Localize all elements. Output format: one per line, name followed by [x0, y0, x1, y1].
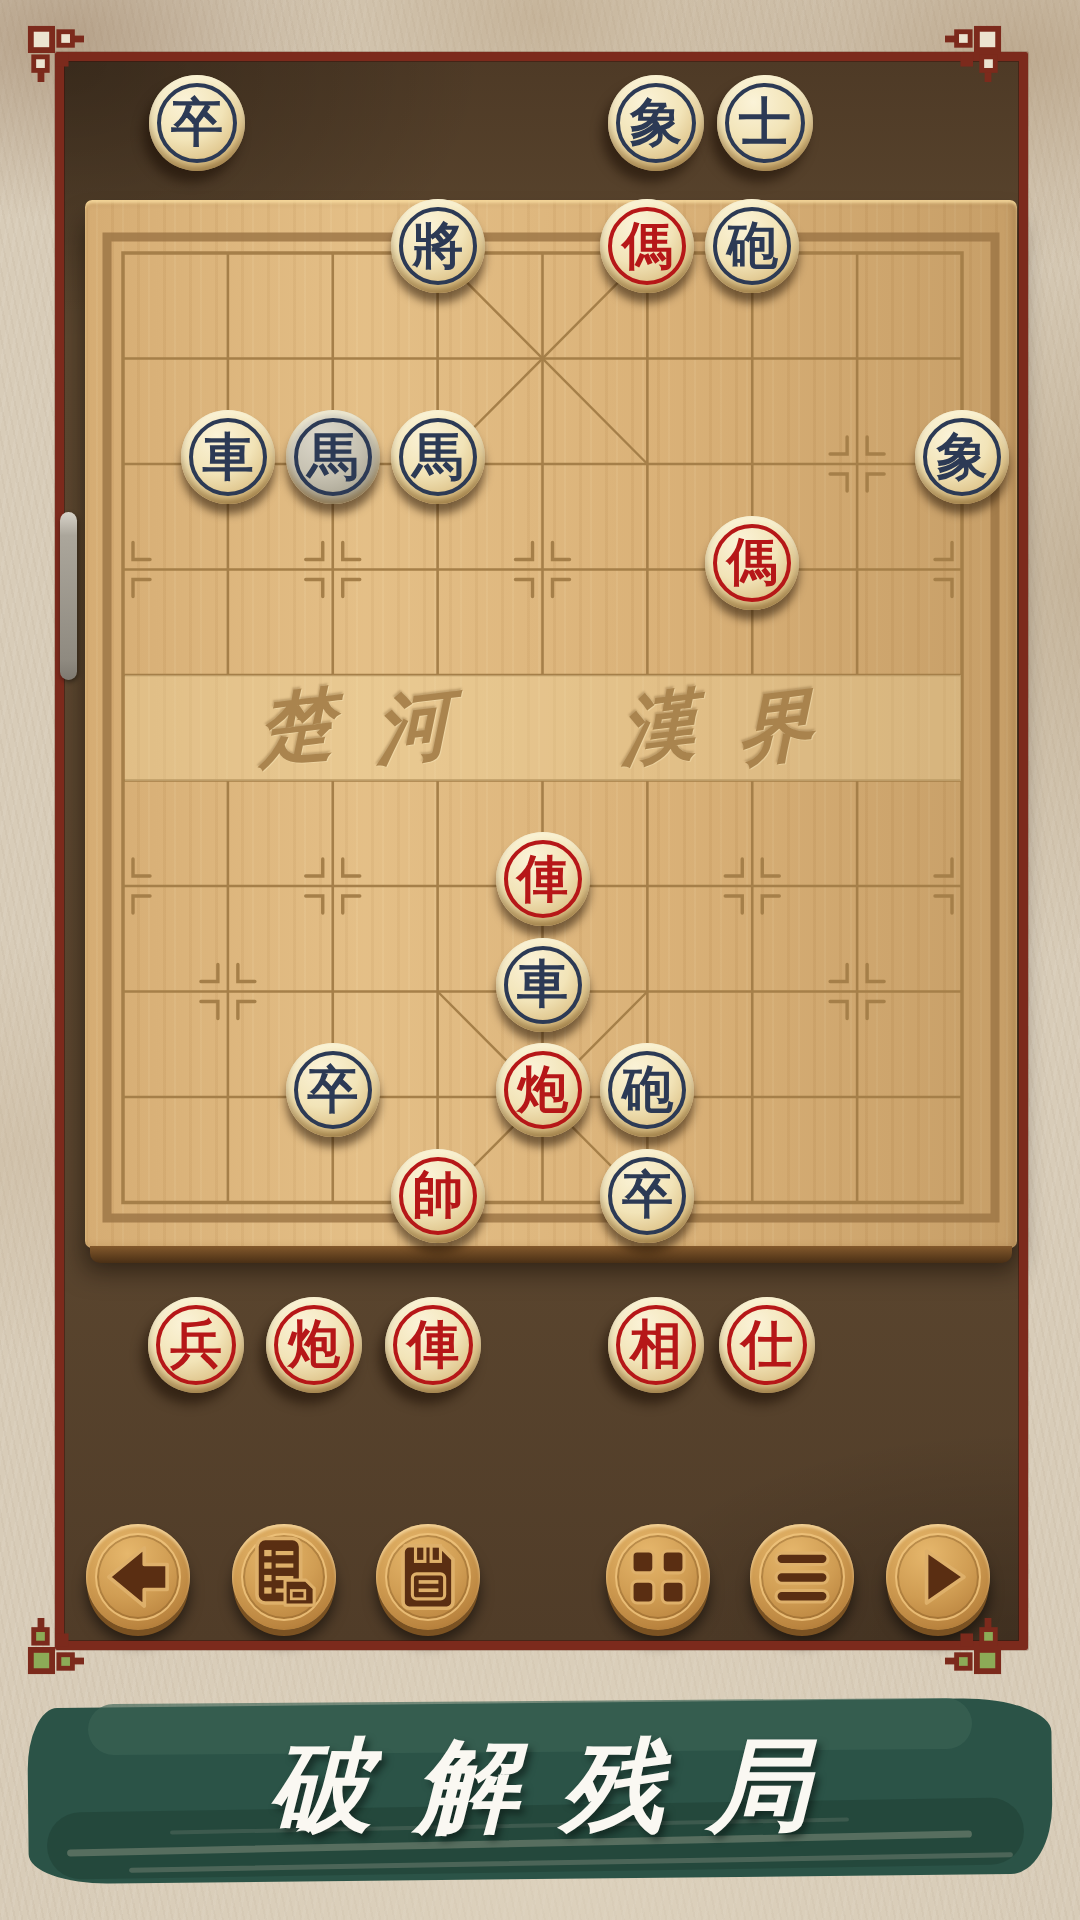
- piece-glyph: 馬: [307, 431, 358, 482]
- piece-face: 車: [504, 946, 582, 1024]
- piece-glyph: 車: [202, 431, 253, 482]
- piece-glyph: 仕: [741, 1318, 793, 1370]
- meander-ornament: [26, 1618, 84, 1676]
- piece-glyph: 卒: [307, 1064, 358, 1115]
- piece-face: 象: [616, 83, 696, 163]
- back-button[interactable]: [86, 1524, 190, 1630]
- piece-glyph: 炮: [517, 1064, 568, 1115]
- board-pieces-grid: 將 傌 砲 車 馬 馬 象 傌 俥 車 卒 炮: [71, 200, 1015, 1255]
- banner-title: 破解残局: [26, 1719, 1054, 1856]
- piece-face: 象: [923, 418, 1001, 496]
- piece-face: 俥: [504, 840, 582, 918]
- piece-red-elephant[interactable]: 相: [608, 1297, 704, 1393]
- piece-black-soldier[interactable]: 卒: [286, 1043, 380, 1137]
- piece-black-soldier[interactable]: 卒: [600, 1149, 694, 1243]
- menu-button[interactable]: [750, 1524, 854, 1630]
- xiangqi-board[interactable]: 楚 河 漢 界 將 傌 砲 車 馬 馬 象 傌 俥 車: [85, 200, 1017, 1248]
- piece-black-chariot[interactable]: 車: [496, 938, 590, 1032]
- piece-glyph: 士: [739, 96, 791, 148]
- piece-face: 兵: [156, 1305, 236, 1385]
- piece-face: 砲: [608, 1051, 686, 1129]
- app-screen: { "game": "xiangqi", "mode_banner": "破解残…: [0, 0, 1080, 1920]
- piece-face: 馬: [399, 418, 477, 496]
- corner-ornament-top-right: [945, 24, 1003, 82]
- piece-glyph: 車: [517, 958, 568, 1009]
- piece-face: 傌: [713, 524, 791, 602]
- piece-glyph: 相: [630, 1318, 682, 1370]
- play-icon: [886, 1524, 990, 1630]
- record-button[interactable]: [232, 1524, 336, 1630]
- piece-red-soldier[interactable]: 兵: [148, 1297, 244, 1393]
- save-icon: [376, 1524, 480, 1630]
- piece-glyph: 傌: [727, 536, 778, 587]
- piece-red-horse[interactable]: 傌: [600, 199, 694, 293]
- piece-glyph: 象: [630, 96, 682, 148]
- piece-face: 車: [189, 418, 267, 496]
- piece-black-elephant[interactable]: 象: [608, 75, 704, 171]
- arrow-left-icon: [86, 1524, 190, 1630]
- play-button[interactable]: [886, 1524, 990, 1630]
- piece-face: 相: [616, 1305, 696, 1385]
- move-list-icon: [232, 1524, 336, 1630]
- piece-black-general[interactable]: 將: [391, 199, 485, 293]
- piece-glyph: 卒: [622, 1169, 673, 1220]
- corner-ornament-bottom-right: [945, 1618, 1003, 1676]
- meander-ornament: [945, 1618, 1003, 1676]
- meander-ornament: [945, 24, 1003, 82]
- piece-face: 卒: [608, 1157, 686, 1235]
- piece-black-soldier[interactable]: 卒: [149, 75, 245, 171]
- corner-ornament-top-left: [26, 24, 84, 82]
- piece-red-advisor[interactable]: 仕: [719, 1297, 815, 1393]
- piece-face: 炮: [274, 1305, 354, 1385]
- piece-red-chariot[interactable]: 俥: [385, 1297, 481, 1393]
- piece-red-cannon[interactable]: 炮: [496, 1043, 590, 1137]
- piece-glyph: 帥: [412, 1169, 463, 1220]
- piece-face: 士: [725, 83, 805, 163]
- piece-glyph: 兵: [170, 1318, 222, 1370]
- piece-face: 卒: [157, 83, 237, 163]
- piece-red-cannon[interactable]: 炮: [266, 1297, 362, 1393]
- piece-face: 將: [399, 207, 477, 285]
- piece-face: 傌: [608, 207, 686, 285]
- piece-black-horse[interactable]: 馬: [286, 410, 380, 504]
- piece-black-cannon[interactable]: 砲: [600, 1043, 694, 1137]
- menu-icon: [750, 1524, 854, 1630]
- piece-face: 俥: [393, 1305, 473, 1385]
- piece-red-general[interactable]: 帥: [391, 1149, 485, 1243]
- meander-ornament: [26, 24, 84, 82]
- piece-black-cannon[interactable]: 砲: [705, 199, 799, 293]
- piece-black-chariot[interactable]: 車: [181, 410, 275, 504]
- piece-glyph: 馬: [412, 431, 463, 482]
- piece-glyph: 俥: [407, 1318, 459, 1370]
- piece-black-elephant[interactable]: 象: [915, 410, 1009, 504]
- levels-button[interactable]: [606, 1524, 710, 1630]
- save-button[interactable]: [376, 1524, 480, 1630]
- piece-red-chariot[interactable]: 俥: [496, 832, 590, 926]
- piece-glyph: 砲: [622, 1064, 673, 1115]
- piece-glyph: 炮: [288, 1318, 340, 1370]
- piece-black-horse[interactable]: 馬: [391, 410, 485, 504]
- piece-face: 炮: [504, 1051, 582, 1129]
- puzzle-banner: 破解残局: [26, 1695, 1054, 1891]
- piece-glyph: 卒: [171, 96, 223, 148]
- drawer-handle[interactable]: [60, 512, 77, 680]
- piece-face: 砲: [713, 207, 791, 285]
- piece-glyph: 俥: [517, 853, 568, 904]
- corner-ornament-bottom-left: [26, 1618, 84, 1676]
- piece-glyph: 象: [937, 431, 988, 482]
- piece-glyph: 砲: [727, 220, 778, 271]
- piece-face: 帥: [399, 1157, 477, 1235]
- grid-icon: [606, 1524, 710, 1630]
- piece-face: 馬: [294, 418, 372, 496]
- piece-red-horse[interactable]: 傌: [705, 516, 799, 610]
- piece-face: 卒: [294, 1051, 372, 1129]
- piece-glyph: 將: [412, 220, 463, 271]
- piece-black-advisor[interactable]: 士: [717, 75, 813, 171]
- piece-face: 仕: [727, 1305, 807, 1385]
- piece-glyph: 傌: [622, 220, 673, 271]
